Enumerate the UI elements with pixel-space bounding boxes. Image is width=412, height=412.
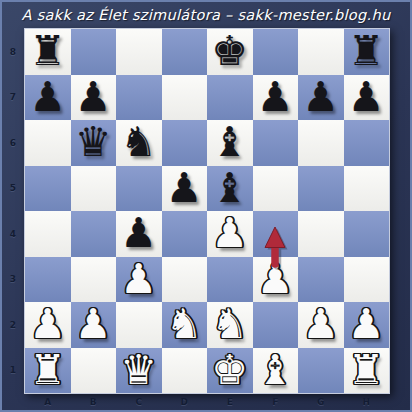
square-c6[interactable]: ♞ xyxy=(116,120,162,166)
piece-black-pawn[interactable]: ♟ xyxy=(120,213,157,254)
square-b3[interactable] xyxy=(71,257,117,303)
piece-white-pawn[interactable]: ♟ xyxy=(257,259,294,300)
square-e5[interactable]: ♝ xyxy=(207,166,253,212)
square-a2[interactable]: ♟ xyxy=(25,302,71,348)
square-h1[interactable]: ♜ xyxy=(344,348,390,394)
piece-white-queen[interactable]: ♛ xyxy=(120,350,157,391)
square-h2[interactable]: ♟ xyxy=(344,302,390,348)
square-a6[interactable] xyxy=(25,120,71,166)
square-d2[interactable]: ♞ xyxy=(162,302,208,348)
piece-white-king[interactable]: ♚ xyxy=(211,350,248,391)
piece-white-pawn[interactable]: ♟ xyxy=(348,304,385,345)
file-label-d: D xyxy=(162,394,208,410)
piece-white-knight[interactable]: ♞ xyxy=(211,304,248,345)
rank-label-2: 2 xyxy=(2,302,24,348)
chess-diagram-window: A sakk az Élet szimulátora – sakk-mester… xyxy=(0,0,412,412)
square-c3[interactable]: ♟ xyxy=(116,257,162,303)
square-f3[interactable]: ♟ xyxy=(253,257,299,303)
square-c5[interactable] xyxy=(116,166,162,212)
square-h3[interactable] xyxy=(344,257,390,303)
square-d7[interactable] xyxy=(162,75,208,121)
piece-white-pawn[interactable]: ♟ xyxy=(211,213,248,254)
square-f1[interactable]: ♝ xyxy=(253,348,299,394)
square-b7[interactable]: ♟ xyxy=(71,75,117,121)
square-g6[interactable] xyxy=(298,120,344,166)
square-a8[interactable]: ♜ xyxy=(25,29,71,75)
square-b5[interactable] xyxy=(71,166,117,212)
rank-labels: 87654321 xyxy=(2,29,24,393)
square-f5[interactable] xyxy=(253,166,299,212)
square-h8[interactable]: ♜ xyxy=(344,29,390,75)
piece-white-pawn[interactable]: ♟ xyxy=(75,304,112,345)
square-f6[interactable] xyxy=(253,120,299,166)
piece-black-pawn[interactable]: ♟ xyxy=(75,77,112,118)
square-g8[interactable] xyxy=(298,29,344,75)
page-title: A sakk az Élet szimulátora – sakk-mester… xyxy=(22,7,391,23)
square-e3[interactable] xyxy=(207,257,253,303)
square-e4[interactable]: ♟ xyxy=(207,211,253,257)
square-d6[interactable] xyxy=(162,120,208,166)
title-bar: A sakk az Élet szimulátora – sakk-mester… xyxy=(2,2,410,28)
square-b8[interactable] xyxy=(71,29,117,75)
square-g5[interactable] xyxy=(298,166,344,212)
piece-white-pawn[interactable]: ♟ xyxy=(302,304,339,345)
square-f7[interactable]: ♟ xyxy=(253,75,299,121)
rank-label-6: 6 xyxy=(2,120,24,166)
square-b1[interactable] xyxy=(71,348,117,394)
square-b4[interactable] xyxy=(71,211,117,257)
square-g3[interactable] xyxy=(298,257,344,303)
piece-black-bishop[interactable]: ♝ xyxy=(211,168,248,209)
square-d3[interactable] xyxy=(162,257,208,303)
square-a5[interactable] xyxy=(25,166,71,212)
rank-label-5: 5 xyxy=(2,166,24,212)
square-f2[interactable] xyxy=(253,302,299,348)
square-c7[interactable] xyxy=(116,75,162,121)
piece-white-pawn[interactable]: ♟ xyxy=(29,304,66,345)
piece-black-rook[interactable]: ♜ xyxy=(348,31,385,72)
square-a1[interactable]: ♜ xyxy=(25,348,71,394)
square-d4[interactable] xyxy=(162,211,208,257)
square-h6[interactable] xyxy=(344,120,390,166)
square-d5[interactable]: ♟ xyxy=(162,166,208,212)
square-g1[interactable] xyxy=(298,348,344,394)
rank-label-8: 8 xyxy=(2,29,24,75)
piece-black-pawn[interactable]: ♟ xyxy=(302,77,339,118)
square-c1[interactable]: ♛ xyxy=(116,348,162,394)
square-g7[interactable]: ♟ xyxy=(298,75,344,121)
rank-label-1: 1 xyxy=(2,348,24,394)
square-a7[interactable]: ♟ xyxy=(25,75,71,121)
piece-white-pawn[interactable]: ♟ xyxy=(120,259,157,300)
piece-black-pawn[interactable]: ♟ xyxy=(348,77,385,118)
rank-label-4: 4 xyxy=(2,211,24,257)
square-e2[interactable]: ♞ xyxy=(207,302,253,348)
piece-white-knight[interactable]: ♞ xyxy=(166,304,203,345)
piece-black-rook[interactable]: ♜ xyxy=(29,31,66,72)
square-c8[interactable] xyxy=(116,29,162,75)
piece-white-bishop[interactable]: ♝ xyxy=(257,350,294,391)
square-c4[interactable]: ♟ xyxy=(116,211,162,257)
square-e1[interactable]: ♚ xyxy=(207,348,253,394)
square-a4[interactable] xyxy=(25,211,71,257)
piece-black-pawn[interactable]: ♟ xyxy=(29,77,66,118)
piece-white-rook[interactable]: ♜ xyxy=(348,350,385,391)
file-label-e: E xyxy=(207,394,253,410)
rank-label-7: 7 xyxy=(2,75,24,121)
file-label-a: A xyxy=(25,394,71,410)
square-e8[interactable]: ♚ xyxy=(207,29,253,75)
file-label-f: F xyxy=(253,394,299,410)
square-d1[interactable] xyxy=(162,348,208,394)
square-h4[interactable] xyxy=(344,211,390,257)
file-labels: ABCDEFGH xyxy=(25,394,389,410)
square-a3[interactable] xyxy=(25,257,71,303)
piece-black-king[interactable]: ♚ xyxy=(211,31,248,72)
square-c2[interactable] xyxy=(116,302,162,348)
square-b6[interactable]: ♛ xyxy=(71,120,117,166)
piece-black-knight[interactable]: ♞ xyxy=(120,122,157,163)
square-h5[interactable] xyxy=(344,166,390,212)
piece-white-rook[interactable]: ♜ xyxy=(29,350,66,391)
square-f4[interactable] xyxy=(253,211,299,257)
square-g2[interactable]: ♟ xyxy=(298,302,344,348)
file-label-g: G xyxy=(298,394,344,410)
square-f8[interactable] xyxy=(253,29,299,75)
square-e7[interactable] xyxy=(207,75,253,121)
square-b2[interactable]: ♟ xyxy=(71,302,117,348)
rank-label-3: 3 xyxy=(2,257,24,303)
square-g4[interactable] xyxy=(298,211,344,257)
square-e6[interactable]: ♝ xyxy=(207,120,253,166)
square-h7[interactable]: ♟ xyxy=(344,75,390,121)
piece-black-pawn[interactable]: ♟ xyxy=(166,168,203,209)
file-label-b: B xyxy=(71,394,117,410)
piece-black-pawn[interactable]: ♟ xyxy=(257,77,294,118)
square-d8[interactable] xyxy=(162,29,208,75)
piece-black-queen[interactable]: ♛ xyxy=(75,122,112,163)
piece-black-bishop[interactable]: ♝ xyxy=(211,122,248,163)
file-label-h: H xyxy=(344,394,390,410)
chess-board: ♜♚♜♟♟♟♟♟♛♞♝♟♝♟♟♟♟♟♟♞♞♟♟♜♛♚♝♜ xyxy=(24,28,390,394)
file-label-c: C xyxy=(116,394,162,410)
